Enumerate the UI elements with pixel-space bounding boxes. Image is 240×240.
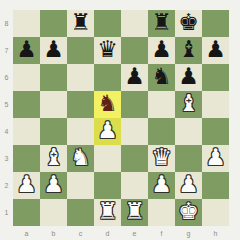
square-a2[interactable]: ♟ bbox=[13, 172, 40, 199]
rank-label-8: 8 bbox=[0, 10, 13, 37]
file-label-h: h bbox=[202, 226, 229, 240]
square-b6[interactable] bbox=[40, 64, 67, 91]
white-pawn[interactable]: ♟ bbox=[16, 171, 37, 198]
square-d1[interactable]: ♜ bbox=[94, 199, 121, 226]
square-a7[interactable]: ♟ bbox=[13, 37, 40, 64]
square-b2[interactable]: ♟ bbox=[40, 172, 67, 199]
square-h6[interactable] bbox=[202, 64, 229, 91]
file-label-g: g bbox=[175, 226, 202, 240]
black-rook[interactable]: ♜ bbox=[70, 9, 91, 36]
black-knight[interactable]: ♞ bbox=[97, 90, 118, 117]
square-d7[interactable]: ♛ bbox=[94, 37, 121, 64]
square-g4[interactable] bbox=[175, 118, 202, 145]
square-d3[interactable] bbox=[94, 145, 121, 172]
square-e6[interactable]: ♟ bbox=[121, 64, 148, 91]
square-e1[interactable]: ♜ bbox=[121, 199, 148, 226]
white-rook[interactable]: ♜ bbox=[124, 198, 145, 225]
square-h4[interactable] bbox=[202, 118, 229, 145]
white-pawn[interactable]: ♟ bbox=[178, 171, 199, 198]
square-c2[interactable] bbox=[67, 172, 94, 199]
white-bishop[interactable]: ♝ bbox=[43, 144, 64, 171]
black-knight[interactable]: ♞ bbox=[151, 63, 172, 90]
square-e5[interactable] bbox=[121, 91, 148, 118]
square-a1[interactable] bbox=[13, 199, 40, 226]
square-e8[interactable] bbox=[121, 10, 148, 37]
square-b7[interactable]: ♟ bbox=[40, 37, 67, 64]
chess-app-frame: 87654321 ♜♜♚♟♟♛♟♝♟♟♞♟♞♝♟♝♞♛♟♟♟♟♟♜♜♚ abcd… bbox=[0, 0, 240, 240]
square-f4[interactable] bbox=[148, 118, 175, 145]
file-label-b: b bbox=[40, 226, 67, 240]
white-pawn[interactable]: ♟ bbox=[43, 171, 64, 198]
square-a8[interactable] bbox=[13, 10, 40, 37]
square-e4[interactable] bbox=[121, 118, 148, 145]
white-pawn[interactable]: ♟ bbox=[97, 117, 118, 144]
black-pawn[interactable]: ♟ bbox=[124, 63, 145, 90]
white-rook[interactable]: ♜ bbox=[97, 198, 118, 225]
white-knight[interactable]: ♞ bbox=[70, 144, 91, 171]
square-g5[interactable]: ♝ bbox=[175, 91, 202, 118]
rank-label-2: 2 bbox=[0, 172, 13, 199]
file-label-f: f bbox=[148, 226, 175, 240]
rank-label-6: 6 bbox=[0, 64, 13, 91]
white-pawn[interactable]: ♟ bbox=[151, 171, 172, 198]
white-queen[interactable]: ♛ bbox=[151, 144, 172, 171]
square-d8[interactable] bbox=[94, 10, 121, 37]
square-d5[interactable]: ♞ bbox=[94, 91, 121, 118]
square-f2[interactable]: ♟ bbox=[148, 172, 175, 199]
square-h2[interactable] bbox=[202, 172, 229, 199]
square-g8[interactable]: ♚ bbox=[175, 10, 202, 37]
black-pawn[interactable]: ♟ bbox=[16, 36, 37, 63]
black-king[interactable]: ♚ bbox=[178, 9, 199, 36]
square-h5[interactable] bbox=[202, 91, 229, 118]
square-f3[interactable]: ♛ bbox=[148, 145, 175, 172]
square-a6[interactable] bbox=[13, 64, 40, 91]
square-d2[interactable] bbox=[94, 172, 121, 199]
square-g6[interactable]: ♟ bbox=[175, 64, 202, 91]
square-c3[interactable]: ♞ bbox=[67, 145, 94, 172]
square-g1[interactable]: ♚ bbox=[175, 199, 202, 226]
square-f7[interactable]: ♟ bbox=[148, 37, 175, 64]
square-b8[interactable] bbox=[40, 10, 67, 37]
square-b5[interactable] bbox=[40, 91, 67, 118]
square-a5[interactable] bbox=[13, 91, 40, 118]
black-rook[interactable]: ♜ bbox=[151, 9, 172, 36]
black-queen[interactable]: ♛ bbox=[97, 36, 118, 63]
rank-label-3: 3 bbox=[0, 145, 13, 172]
square-g7[interactable]: ♝ bbox=[175, 37, 202, 64]
square-g2[interactable]: ♟ bbox=[175, 172, 202, 199]
black-pawn[interactable]: ♟ bbox=[43, 36, 64, 63]
black-bishop[interactable]: ♝ bbox=[178, 36, 199, 63]
white-pawn[interactable]: ♟ bbox=[205, 144, 226, 171]
black-pawn[interactable]: ♟ bbox=[178, 63, 199, 90]
square-e2[interactable] bbox=[121, 172, 148, 199]
rank-label-1: 1 bbox=[0, 199, 13, 226]
white-king[interactable]: ♚ bbox=[178, 198, 199, 225]
file-label-c: c bbox=[67, 226, 94, 240]
square-d4[interactable]: ♟ bbox=[94, 118, 121, 145]
file-label-e: e bbox=[121, 226, 148, 240]
square-h7[interactable]: ♟ bbox=[202, 37, 229, 64]
square-h3[interactable]: ♟ bbox=[202, 145, 229, 172]
square-a3[interactable] bbox=[13, 145, 40, 172]
square-e3[interactable] bbox=[121, 145, 148, 172]
square-f1[interactable] bbox=[148, 199, 175, 226]
black-pawn[interactable]: ♟ bbox=[205, 36, 226, 63]
square-b4[interactable] bbox=[40, 118, 67, 145]
square-b1[interactable] bbox=[40, 199, 67, 226]
square-f5[interactable] bbox=[148, 91, 175, 118]
file-label-d: d bbox=[94, 226, 121, 240]
square-f8[interactable]: ♜ bbox=[148, 10, 175, 37]
square-h1[interactable] bbox=[202, 199, 229, 226]
square-a4[interactable] bbox=[13, 118, 40, 145]
square-c5[interactable] bbox=[67, 91, 94, 118]
square-c7[interactable] bbox=[67, 37, 94, 64]
square-g3[interactable] bbox=[175, 145, 202, 172]
square-e7[interactable] bbox=[121, 37, 148, 64]
square-f6[interactable]: ♞ bbox=[148, 64, 175, 91]
square-c1[interactable] bbox=[67, 199, 94, 226]
square-d6[interactable] bbox=[94, 64, 121, 91]
white-bishop[interactable]: ♝ bbox=[178, 90, 199, 117]
square-h8[interactable] bbox=[202, 10, 229, 37]
rank-label-7: 7 bbox=[0, 37, 13, 64]
square-c4[interactable] bbox=[67, 118, 94, 145]
file-label-a: a bbox=[13, 226, 40, 240]
square-c8[interactable]: ♜ bbox=[67, 10, 94, 37]
square-c6[interactable] bbox=[67, 64, 94, 91]
rank-label-5: 5 bbox=[0, 91, 13, 118]
black-pawn[interactable]: ♟ bbox=[151, 36, 172, 63]
chess-board: ♜♜♚♟♟♛♟♝♟♟♞♟♞♝♟♝♞♛♟♟♟♟♟♜♜♚ bbox=[13, 10, 229, 226]
square-b3[interactable]: ♝ bbox=[40, 145, 67, 172]
rank-label-4: 4 bbox=[0, 118, 13, 145]
